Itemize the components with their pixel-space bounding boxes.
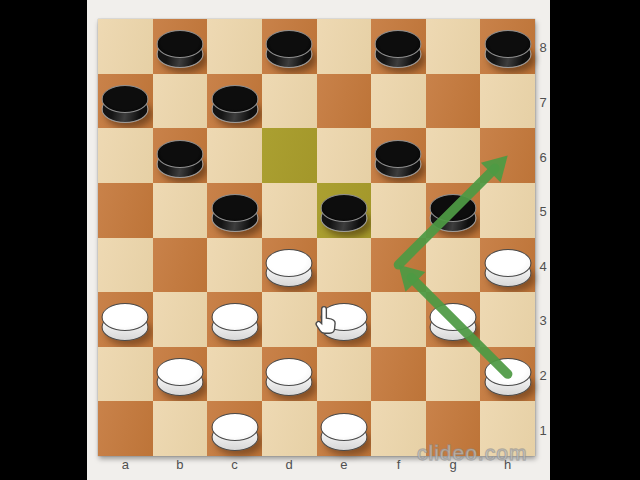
black-checker-top [430,194,477,222]
square-b7[interactable] [153,74,208,129]
square-e5[interactable] [317,183,372,238]
white-checker-top [320,303,367,331]
square-f2[interactable] [371,347,426,402]
square-h7[interactable] [480,74,535,129]
square-a5[interactable] [98,183,153,238]
square-b4[interactable] [153,238,208,293]
square-h4[interactable] [480,238,535,293]
black-checker-top [320,194,367,222]
square-b5[interactable] [153,183,208,238]
file-label-h: h [480,456,535,472]
square-c4[interactable] [207,238,262,293]
piece-black-f8[interactable] [375,30,422,68]
file-label-e: e [317,456,372,472]
square-f8[interactable] [371,19,426,74]
black-checker-top [156,30,203,58]
piece-black-b6[interactable] [156,140,203,178]
square-e1[interactable] [317,401,372,456]
file-label-c: c [207,456,262,472]
square-h1[interactable] [480,401,535,456]
square-c7[interactable] [207,74,262,129]
square-a8[interactable] [98,19,153,74]
black-checker-top [102,85,149,113]
square-e7[interactable] [317,74,372,129]
square-b6[interactable] [153,128,208,183]
file-label-f: f [371,456,426,472]
square-a7[interactable] [98,74,153,129]
square-e4[interactable] [317,238,372,293]
square-c8[interactable] [207,19,262,74]
white-checker-top [156,358,203,386]
square-b1[interactable] [153,401,208,456]
black-checker-top [211,194,258,222]
square-f7[interactable] [371,74,426,129]
square-d8[interactable] [262,19,317,74]
piece-black-c7[interactable] [211,85,258,123]
rank-label-6: 6 [535,128,551,183]
square-f4[interactable] [371,238,426,293]
square-h6[interactable] [480,128,535,183]
square-d7[interactable] [262,74,317,129]
white-checker-top [484,358,531,386]
square-f5[interactable] [371,183,426,238]
square-c3[interactable] [207,292,262,347]
square-e2[interactable] [317,347,372,402]
square-c2[interactable] [207,347,262,402]
square-g7[interactable] [426,74,481,129]
file-label-d: d [262,456,317,472]
square-d2[interactable] [262,347,317,402]
piece-white-d4[interactable] [266,249,313,287]
square-g8[interactable] [426,19,481,74]
square-f1[interactable] [371,401,426,456]
square-c5[interactable] [207,183,262,238]
square-a6[interactable] [98,128,153,183]
piece-white-e1[interactable] [320,413,367,451]
rank-label-8: 8 [535,19,551,74]
rank-label-4: 4 [535,238,551,293]
square-e3[interactable] [317,292,372,347]
piece-white-h2[interactable] [484,358,531,396]
piece-white-d2[interactable] [266,358,313,396]
piece-white-g3[interactable] [430,303,477,341]
piece-black-e5[interactable] [320,194,367,232]
rank-label-1: 1 [535,401,551,456]
piece-black-a7[interactable] [102,85,149,123]
white-checker-top [266,358,313,386]
square-b8[interactable] [153,19,208,74]
square-e8[interactable] [317,19,372,74]
file-label-b: b [153,456,208,472]
square-d3[interactable] [262,292,317,347]
white-checker-top [320,413,367,441]
square-a3[interactable] [98,292,153,347]
file-label-a: a [98,456,153,472]
white-checker-top [211,413,258,441]
square-d6[interactable] [262,128,317,183]
square-d1[interactable] [262,401,317,456]
square-c1[interactable] [207,401,262,456]
rank-label-7: 7 [535,74,551,129]
square-d4[interactable] [262,238,317,293]
square-h5[interactable] [480,183,535,238]
square-a4[interactable] [98,238,153,293]
square-b3[interactable] [153,292,208,347]
video-frame: 87654321 abcdefgh clideo.com [0,0,640,480]
black-checker-top [375,30,422,58]
white-checker-top [430,303,477,331]
black-checker-top [266,30,313,58]
square-a2[interactable] [98,347,153,402]
black-checker-top [375,140,422,168]
white-checker-top [211,303,258,331]
file-label-g: g [426,456,481,472]
piece-white-e3[interactable] [320,303,367,341]
piece-white-c1[interactable] [211,413,258,451]
white-checker-top [102,303,149,331]
piece-white-b2[interactable] [156,358,203,396]
square-f3[interactable] [371,292,426,347]
square-g5[interactable] [426,183,481,238]
square-f6[interactable] [371,128,426,183]
piece-white-c3[interactable] [211,303,258,341]
white-checker-top [484,249,531,277]
piece-black-h8[interactable] [484,30,531,68]
square-a1[interactable] [98,401,153,456]
square-h3[interactable] [480,292,535,347]
square-g6[interactable] [426,128,481,183]
piece-white-a3[interactable] [102,303,149,341]
square-g3[interactable] [426,292,481,347]
pillarbox-left [0,0,87,480]
black-checker-top [484,30,531,58]
square-e6[interactable] [317,128,372,183]
square-g1[interactable] [426,401,481,456]
piece-white-h4[interactable] [484,249,531,287]
black-checker-top [211,85,258,113]
piece-black-f6[interactable] [375,140,422,178]
piece-black-c5[interactable] [211,194,258,232]
piece-black-b8[interactable] [156,30,203,68]
rank-label-5: 5 [535,183,551,238]
black-checker-top [156,140,203,168]
rank-label-2: 2 [535,347,551,402]
checkers-board [98,19,535,456]
rank-label-3: 3 [535,292,551,347]
square-g2[interactable] [426,347,481,402]
square-h2[interactable] [480,347,535,402]
square-d5[interactable] [262,183,317,238]
piece-black-g5[interactable] [430,194,477,232]
square-c6[interactable] [207,128,262,183]
square-h8[interactable] [480,19,535,74]
piece-black-d8[interactable] [266,30,313,68]
white-checker-top [266,249,313,277]
square-g4[interactable] [426,238,481,293]
square-b2[interactable] [153,347,208,402]
pillarbox-right [550,0,640,480]
